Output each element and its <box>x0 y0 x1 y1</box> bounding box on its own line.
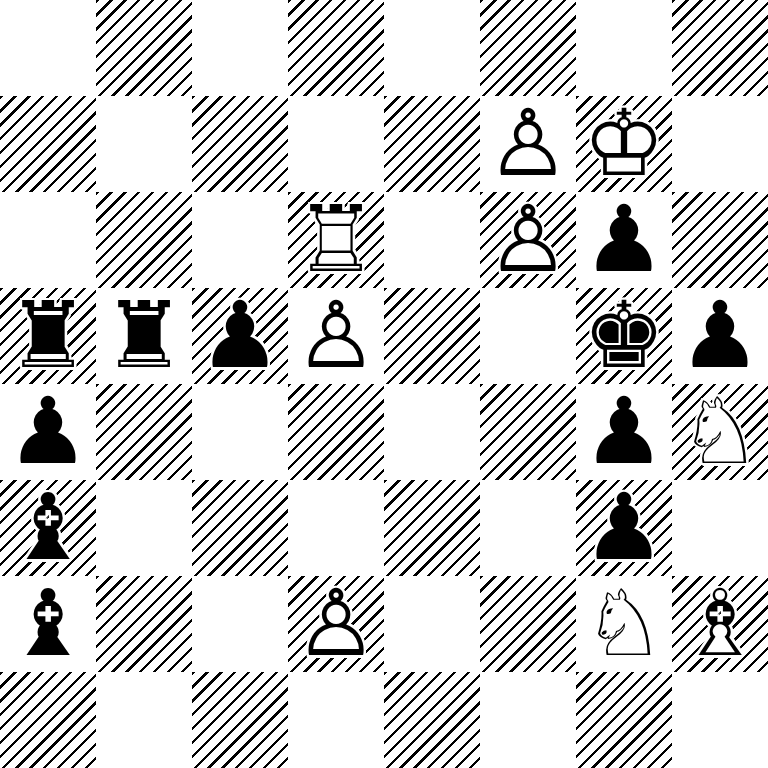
square-d4[interactable] <box>288 384 384 480</box>
square-c8[interactable] <box>192 0 288 96</box>
black-pawn: ♟ <box>0 384 96 480</box>
chess-board: ♟♙♚♔♜♖♟♙♟♜♜♟♟♙♚♟♟♟♞♘♝♟♝♟♙♞♘♝♗ <box>0 0 768 768</box>
square-e5[interactable] <box>384 288 480 384</box>
square-d5[interactable]: ♟♙ <box>288 288 384 384</box>
square-f5[interactable] <box>480 288 576 384</box>
white-piece-outline-layer: ♔ <box>576 96 672 192</box>
black-pawn: ♟ <box>192 288 288 384</box>
square-h7[interactable] <box>672 96 768 192</box>
square-b3[interactable] <box>96 480 192 576</box>
square-h5[interactable]: ♟ <box>672 288 768 384</box>
white-piece-outline-layer: ♙ <box>480 192 576 288</box>
square-e8[interactable] <box>384 0 480 96</box>
square-f1[interactable] <box>480 672 576 768</box>
square-c5[interactable]: ♟ <box>192 288 288 384</box>
white-pawn: ♟♙ <box>288 288 384 384</box>
black-piece-glyph: ♟ <box>576 384 672 480</box>
black-pawn: ♟ <box>576 480 672 576</box>
square-b4[interactable] <box>96 384 192 480</box>
square-a3[interactable]: ♝ <box>0 480 96 576</box>
square-e1[interactable] <box>384 672 480 768</box>
square-c1[interactable] <box>192 672 288 768</box>
square-d1[interactable] <box>288 672 384 768</box>
square-h2[interactable]: ♝♗ <box>672 576 768 672</box>
white-piece-outline-layer: ♙ <box>288 288 384 384</box>
square-e6[interactable] <box>384 192 480 288</box>
white-knight: ♞♘ <box>672 384 768 480</box>
square-a4[interactable]: ♟ <box>0 384 96 480</box>
white-pawn: ♟♙ <box>288 576 384 672</box>
square-e7[interactable] <box>384 96 480 192</box>
square-e3[interactable] <box>384 480 480 576</box>
black-piece-glyph: ♜ <box>0 288 96 384</box>
black-piece-glyph: ♝ <box>0 480 96 576</box>
square-b2[interactable] <box>96 576 192 672</box>
black-piece-glyph: ♟ <box>0 384 96 480</box>
square-f4[interactable] <box>480 384 576 480</box>
square-d7[interactable] <box>288 96 384 192</box>
square-a5[interactable]: ♜ <box>0 288 96 384</box>
white-piece-outline-layer: ♙ <box>288 576 384 672</box>
white-knight: ♞♘ <box>576 576 672 672</box>
square-g6[interactable]: ♟ <box>576 192 672 288</box>
square-c7[interactable] <box>192 96 288 192</box>
white-rook: ♜♖ <box>288 192 384 288</box>
square-g5[interactable]: ♚ <box>576 288 672 384</box>
square-g7[interactable]: ♚♔ <box>576 96 672 192</box>
square-c3[interactable] <box>192 480 288 576</box>
white-piece-outline-layer: ♙ <box>480 96 576 192</box>
square-a1[interactable] <box>0 672 96 768</box>
square-e2[interactable] <box>384 576 480 672</box>
black-piece-glyph: ♟ <box>576 480 672 576</box>
white-piece-outline-layer: ♘ <box>576 576 672 672</box>
square-f8[interactable] <box>480 0 576 96</box>
square-h8[interactable] <box>672 0 768 96</box>
black-piece-glyph: ♟ <box>672 288 768 384</box>
black-rook: ♜ <box>0 288 96 384</box>
square-f2[interactable] <box>480 576 576 672</box>
square-a8[interactable] <box>0 0 96 96</box>
square-c2[interactable] <box>192 576 288 672</box>
square-a6[interactable] <box>0 192 96 288</box>
square-b5[interactable]: ♜ <box>96 288 192 384</box>
black-piece-glyph: ♜ <box>96 288 192 384</box>
white-bishop: ♝♗ <box>672 576 768 672</box>
black-pawn: ♟ <box>576 384 672 480</box>
square-g3[interactable]: ♟ <box>576 480 672 576</box>
square-e4[interactable] <box>384 384 480 480</box>
square-b6[interactable] <box>96 192 192 288</box>
square-h6[interactable] <box>672 192 768 288</box>
black-bishop: ♝ <box>0 576 96 672</box>
black-pawn: ♟ <box>576 192 672 288</box>
black-piece-glyph: ♝ <box>0 576 96 672</box>
square-c4[interactable] <box>192 384 288 480</box>
square-g1[interactable] <box>576 672 672 768</box>
square-a2[interactable]: ♝ <box>0 576 96 672</box>
square-g2[interactable]: ♞♘ <box>576 576 672 672</box>
black-rook: ♜ <box>96 288 192 384</box>
square-f3[interactable] <box>480 480 576 576</box>
square-c6[interactable] <box>192 192 288 288</box>
white-pawn: ♟♙ <box>480 96 576 192</box>
square-d3[interactable] <box>288 480 384 576</box>
white-king: ♚♔ <box>576 96 672 192</box>
square-f7[interactable]: ♟♙ <box>480 96 576 192</box>
square-h1[interactable] <box>672 672 768 768</box>
white-piece-outline-layer: ♘ <box>672 384 768 480</box>
square-a7[interactable] <box>0 96 96 192</box>
white-pawn: ♟♙ <box>480 192 576 288</box>
black-piece-glyph: ♚ <box>576 288 672 384</box>
black-king: ♚ <box>576 288 672 384</box>
square-h4[interactable]: ♞♘ <box>672 384 768 480</box>
black-piece-glyph: ♟ <box>192 288 288 384</box>
black-piece-glyph: ♟ <box>576 192 672 288</box>
square-b8[interactable] <box>96 0 192 96</box>
square-d2[interactable]: ♟♙ <box>288 576 384 672</box>
square-h3[interactable] <box>672 480 768 576</box>
square-b1[interactable] <box>96 672 192 768</box>
square-f6[interactable]: ♟♙ <box>480 192 576 288</box>
square-d6[interactable]: ♜♖ <box>288 192 384 288</box>
square-g8[interactable] <box>576 0 672 96</box>
square-g4[interactable]: ♟ <box>576 384 672 480</box>
black-pawn: ♟ <box>672 288 768 384</box>
square-b7[interactable] <box>96 96 192 192</box>
square-d8[interactable] <box>288 0 384 96</box>
black-bishop: ♝ <box>0 480 96 576</box>
white-piece-outline-layer: ♖ <box>288 192 384 288</box>
white-piece-outline-layer: ♗ <box>672 576 768 672</box>
